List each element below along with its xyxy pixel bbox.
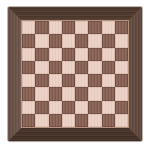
square-f1[interactable] bbox=[88, 114, 101, 127]
square-d6[interactable] bbox=[62, 48, 75, 61]
square-g5[interactable] bbox=[102, 61, 115, 74]
square-h8[interactable] bbox=[115, 21, 128, 34]
square-e5[interactable] bbox=[75, 61, 88, 74]
square-c5[interactable] bbox=[49, 61, 62, 74]
square-d8[interactable] bbox=[62, 21, 75, 34]
square-a7[interactable] bbox=[22, 34, 35, 47]
square-c4[interactable] bbox=[49, 74, 62, 87]
chess-board bbox=[8, 7, 142, 141]
square-d5[interactable] bbox=[62, 61, 75, 74]
square-f5[interactable] bbox=[88, 61, 101, 74]
square-h2[interactable] bbox=[115, 101, 128, 114]
square-h5[interactable] bbox=[115, 61, 128, 74]
square-a8[interactable] bbox=[22, 21, 35, 34]
square-b5[interactable] bbox=[35, 61, 48, 74]
square-d7[interactable] bbox=[62, 34, 75, 47]
square-g7[interactable] bbox=[102, 34, 115, 47]
square-c1[interactable] bbox=[49, 114, 62, 127]
chess-board-grid bbox=[22, 21, 128, 127]
square-g8[interactable] bbox=[102, 21, 115, 34]
square-g2[interactable] bbox=[102, 101, 115, 114]
square-h3[interactable] bbox=[115, 87, 128, 100]
square-d1[interactable] bbox=[62, 114, 75, 127]
square-b7[interactable] bbox=[35, 34, 48, 47]
square-b3[interactable] bbox=[35, 87, 48, 100]
square-h4[interactable] bbox=[115, 74, 128, 87]
square-a4[interactable] bbox=[22, 74, 35, 87]
square-c7[interactable] bbox=[49, 34, 62, 47]
square-d2[interactable] bbox=[62, 101, 75, 114]
square-e2[interactable] bbox=[75, 101, 88, 114]
square-f3[interactable] bbox=[88, 87, 101, 100]
square-f4[interactable] bbox=[88, 74, 101, 87]
square-b1[interactable] bbox=[35, 114, 48, 127]
square-e1[interactable] bbox=[75, 114, 88, 127]
square-h6[interactable] bbox=[115, 48, 128, 61]
square-a2[interactable] bbox=[22, 101, 35, 114]
product-photo-background bbox=[0, 0, 150, 150]
square-g4[interactable] bbox=[102, 74, 115, 87]
square-e6[interactable] bbox=[75, 48, 88, 61]
square-c6[interactable] bbox=[49, 48, 62, 61]
square-c3[interactable] bbox=[49, 87, 62, 100]
square-b2[interactable] bbox=[35, 101, 48, 114]
square-f8[interactable] bbox=[88, 21, 101, 34]
square-a3[interactable] bbox=[22, 87, 35, 100]
square-f7[interactable] bbox=[88, 34, 101, 47]
square-g6[interactable] bbox=[102, 48, 115, 61]
square-b4[interactable] bbox=[35, 74, 48, 87]
square-e4[interactable] bbox=[75, 74, 88, 87]
square-e8[interactable] bbox=[75, 21, 88, 34]
square-d4[interactable] bbox=[62, 74, 75, 87]
square-f6[interactable] bbox=[88, 48, 101, 61]
square-h1[interactable] bbox=[115, 114, 128, 127]
square-a6[interactable] bbox=[22, 48, 35, 61]
square-a1[interactable] bbox=[22, 114, 35, 127]
square-h7[interactable] bbox=[115, 34, 128, 47]
square-g1[interactable] bbox=[102, 114, 115, 127]
square-a5[interactable] bbox=[22, 61, 35, 74]
square-c8[interactable] bbox=[49, 21, 62, 34]
square-b6[interactable] bbox=[35, 48, 48, 61]
square-c2[interactable] bbox=[49, 101, 62, 114]
square-b8[interactable] bbox=[35, 21, 48, 34]
square-g3[interactable] bbox=[102, 87, 115, 100]
square-e3[interactable] bbox=[75, 87, 88, 100]
square-d3[interactable] bbox=[62, 87, 75, 100]
square-e7[interactable] bbox=[75, 34, 88, 47]
square-f2[interactable] bbox=[88, 101, 101, 114]
